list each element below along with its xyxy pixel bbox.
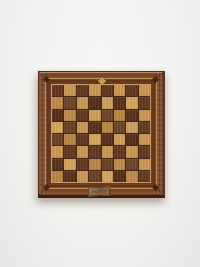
square-a4: [52, 134, 63, 145]
square-a3: [52, 146, 63, 157]
square-e6: [102, 110, 113, 121]
square-e8: [102, 85, 113, 96]
square-c7: [77, 97, 88, 108]
square-f5: [114, 122, 125, 133]
square-f6: [114, 110, 125, 121]
square-b5: [64, 122, 75, 133]
square-c8: [77, 85, 88, 96]
square-h8: [139, 85, 150, 96]
square-a5: [52, 122, 63, 133]
square-a8: [52, 85, 63, 96]
square-b4: [64, 134, 75, 145]
square-d4: [89, 134, 100, 145]
maker-plaque: [88, 187, 110, 197]
square-e2: [102, 159, 113, 170]
square-b1: [64, 171, 75, 182]
square-b3: [64, 146, 75, 157]
square-d3: [89, 146, 100, 157]
square-h5: [139, 122, 150, 133]
square-h7: [139, 97, 150, 108]
square-b6: [64, 110, 75, 121]
square-f8: [114, 85, 125, 96]
square-f1: [114, 171, 125, 182]
square-e5: [102, 122, 113, 133]
square-g1: [126, 171, 137, 182]
square-g5: [126, 122, 137, 133]
square-f4: [114, 134, 125, 145]
square-g8: [126, 85, 137, 96]
square-c4: [77, 134, 88, 145]
square-h4: [139, 134, 150, 145]
square-e3: [102, 146, 113, 157]
square-d5: [89, 122, 100, 133]
square-f2: [114, 159, 125, 170]
square-g7: [126, 97, 137, 108]
square-g2: [126, 159, 137, 170]
right-rail-grain: [156, 72, 163, 195]
square-b8: [64, 85, 75, 96]
square-a7: [52, 97, 63, 108]
square-d7: [89, 97, 100, 108]
product-photo: [0, 0, 200, 267]
square-h2: [139, 159, 150, 170]
square-h3: [139, 146, 150, 157]
square-c6: [77, 110, 88, 121]
square-a6: [52, 110, 63, 121]
square-g3: [126, 146, 137, 157]
square-f7: [114, 97, 125, 108]
square-b2: [64, 159, 75, 170]
square-c5: [77, 122, 88, 133]
square-e4: [102, 134, 113, 145]
square-a1: [52, 171, 63, 182]
square-a2: [52, 159, 63, 170]
square-d1: [89, 171, 100, 182]
square-e1: [102, 171, 113, 182]
square-b7: [64, 97, 75, 108]
square-h6: [139, 110, 150, 121]
playing-grid: [51, 84, 151, 183]
square-e7: [102, 97, 113, 108]
square-c1: [77, 171, 88, 182]
square-d6: [89, 110, 100, 121]
square-f3: [114, 146, 125, 157]
square-g6: [126, 110, 137, 121]
square-d2: [89, 159, 100, 170]
square-d8: [89, 85, 100, 96]
square-g4: [126, 134, 137, 145]
square-c3: [77, 146, 88, 157]
plaque-engraving-illegible: [88, 187, 110, 197]
square-c2: [77, 159, 88, 170]
square-h1: [139, 171, 150, 182]
game-board: [38, 71, 165, 198]
